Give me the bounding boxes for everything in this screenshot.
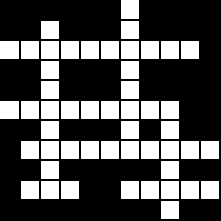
cell-r4c4-blocked <box>80 80 100 100</box>
cell-r9c7-open[interactable] <box>140 180 160 200</box>
cell-r2c4-open[interactable] <box>80 40 100 60</box>
cell-r5c3-open[interactable] <box>60 100 80 120</box>
cell-r6c1-blocked <box>20 120 40 140</box>
cell-r5c7-open[interactable] <box>140 100 160 120</box>
cell-r6c3-blocked <box>60 120 80 140</box>
cell-r1c2-open[interactable] <box>40 20 60 40</box>
cell-r10c7-blocked <box>140 200 160 220</box>
cell-r1c0-blocked <box>0 20 20 40</box>
cell-r4c5-blocked <box>100 80 120 100</box>
cell-r1c9-blocked <box>180 20 200 40</box>
cell-r7c6-open[interactable] <box>120 140 140 160</box>
cell-r4c7-blocked <box>140 80 160 100</box>
cell-r4c8-blocked <box>160 80 180 100</box>
cell-r8c4-blocked <box>80 160 100 180</box>
cell-r6c8-open[interactable] <box>160 120 180 140</box>
cell-r7c4-open[interactable] <box>80 140 100 160</box>
cell-r1c8-blocked <box>160 20 180 40</box>
cell-r3c9-blocked <box>180 60 200 80</box>
cell-r6c0-blocked <box>0 120 20 140</box>
cell-r1c7-blocked <box>140 20 160 40</box>
cell-r0c2-blocked <box>40 0 60 20</box>
cell-r4c10-blocked <box>200 80 220 100</box>
cell-r0c5-blocked <box>100 0 120 20</box>
cell-r1c4-blocked <box>80 20 100 40</box>
crossword-board <box>0 0 221 221</box>
cell-r9c1-open[interactable] <box>20 180 40 200</box>
cell-r3c7-blocked <box>140 60 160 80</box>
cell-r5c2-open[interactable] <box>40 100 60 120</box>
cell-r2c6-open[interactable] <box>120 40 140 60</box>
cell-r9c5-blocked <box>100 180 120 200</box>
cell-r7c0-blocked <box>0 140 20 160</box>
cell-r5c4-open[interactable] <box>80 100 100 120</box>
cell-r2c1-open[interactable] <box>20 40 40 60</box>
cell-r2c10-blocked <box>200 40 220 60</box>
cell-r8c1-blocked <box>20 160 40 180</box>
cell-r6c4-blocked <box>80 120 100 140</box>
cell-r9c4-blocked <box>80 180 100 200</box>
cell-r9c10-open[interactable] <box>200 180 220 200</box>
cell-r3c6-open[interactable] <box>120 60 140 80</box>
cell-r8c2-open[interactable] <box>40 160 60 180</box>
cell-r8c7-blocked <box>140 160 160 180</box>
cell-r7c1-open[interactable] <box>20 140 40 160</box>
cell-r8c0-blocked <box>0 160 20 180</box>
cell-r10c2-blocked <box>40 200 60 220</box>
cell-r7c10-open[interactable] <box>200 140 220 160</box>
cell-r6c9-blocked <box>180 120 200 140</box>
cell-r2c8-open[interactable] <box>160 40 180 60</box>
cell-r3c3-blocked <box>60 60 80 80</box>
cell-r9c0-blocked <box>0 180 20 200</box>
cell-r2c5-open[interactable] <box>100 40 120 60</box>
cell-r9c3-open[interactable] <box>60 180 80 200</box>
cell-r6c5-blocked <box>100 120 120 140</box>
cell-r3c1-blocked <box>20 60 40 80</box>
cell-r5c6-open[interactable] <box>120 100 140 120</box>
cell-r5c10-blocked <box>200 100 220 120</box>
cell-r4c6-open[interactable] <box>120 80 140 100</box>
cell-r1c5-blocked <box>100 20 120 40</box>
cell-r7c9-open[interactable] <box>180 140 200 160</box>
cell-r1c10-blocked <box>200 20 220 40</box>
cell-r7c2-open[interactable] <box>40 140 60 160</box>
cell-r3c10-blocked <box>200 60 220 80</box>
cell-r7c7-open[interactable] <box>140 140 160 160</box>
cell-r10c10-blocked <box>200 200 220 220</box>
cell-r4c1-blocked <box>20 80 40 100</box>
cell-r3c4-blocked <box>80 60 100 80</box>
cell-r5c1-open[interactable] <box>20 100 40 120</box>
cell-r7c3-open[interactable] <box>60 140 80 160</box>
cell-r10c0-blocked <box>0 200 20 220</box>
cell-r8c6-blocked <box>120 160 140 180</box>
cell-r0c8-blocked <box>160 0 180 20</box>
cell-r2c2-open[interactable] <box>40 40 60 60</box>
cell-r3c0-blocked <box>0 60 20 80</box>
cell-r8c9-blocked <box>180 160 200 180</box>
cell-r0c9-blocked <box>180 0 200 20</box>
cell-r4c3-blocked <box>60 80 80 100</box>
cell-r2c3-open[interactable] <box>60 40 80 60</box>
cell-r0c10-blocked <box>200 0 220 20</box>
cell-r7c5-open[interactable] <box>100 140 120 160</box>
cell-r10c4-blocked <box>80 200 100 220</box>
cell-r3c5-blocked <box>100 60 120 80</box>
cell-r7c8-open[interactable] <box>160 140 180 160</box>
cell-r10c3-blocked <box>60 200 80 220</box>
cell-r5c5-open[interactable] <box>100 100 120 120</box>
cell-r9c8-open[interactable] <box>160 180 180 200</box>
cell-r8c8-open[interactable] <box>160 160 180 180</box>
cell-r0c3-blocked <box>60 0 80 20</box>
cell-r4c0-blocked <box>0 80 20 100</box>
cell-r8c5-blocked <box>100 160 120 180</box>
cell-r6c7-blocked <box>140 120 160 140</box>
cell-r8c10-blocked <box>200 160 220 180</box>
cell-r6c6-open[interactable] <box>120 120 140 140</box>
crossword-grid <box>0 0 220 220</box>
cell-r5c8-open[interactable] <box>160 100 180 120</box>
cell-r3c2-open[interactable] <box>40 60 60 80</box>
cell-r0c1-blocked <box>20 0 40 20</box>
cell-r9c9-open[interactable] <box>180 180 200 200</box>
cell-r9c2-open[interactable] <box>40 180 60 200</box>
cell-r0c6-open[interactable] <box>120 0 140 20</box>
cell-r6c10-blocked <box>200 120 220 140</box>
cell-r5c9-blocked <box>180 100 200 120</box>
cell-r2c9-open[interactable] <box>180 40 200 60</box>
cell-r5c0-open[interactable] <box>0 100 20 120</box>
cell-r9c6-open[interactable] <box>120 180 140 200</box>
cell-r10c8-open[interactable] <box>160 200 180 220</box>
cell-r1c6-open[interactable] <box>120 20 140 40</box>
cell-r1c3-blocked <box>60 20 80 40</box>
cell-r1c1-blocked <box>20 20 40 40</box>
cell-r4c2-open[interactable] <box>40 80 60 100</box>
cell-r0c0-blocked <box>0 0 20 20</box>
cell-r10c6-blocked <box>120 200 140 220</box>
cell-r0c7-blocked <box>140 0 160 20</box>
cell-r3c8-blocked <box>160 60 180 80</box>
cell-r10c1-blocked <box>20 200 40 220</box>
cell-r6c2-open[interactable] <box>40 120 60 140</box>
cell-r10c9-blocked <box>180 200 200 220</box>
cell-r8c3-blocked <box>60 160 80 180</box>
cell-r2c7-open[interactable] <box>140 40 160 60</box>
cell-r0c4-blocked <box>80 0 100 20</box>
cell-r4c9-blocked <box>180 80 200 100</box>
cell-r10c5-blocked <box>100 200 120 220</box>
cell-r2c0-open[interactable] <box>0 40 20 60</box>
